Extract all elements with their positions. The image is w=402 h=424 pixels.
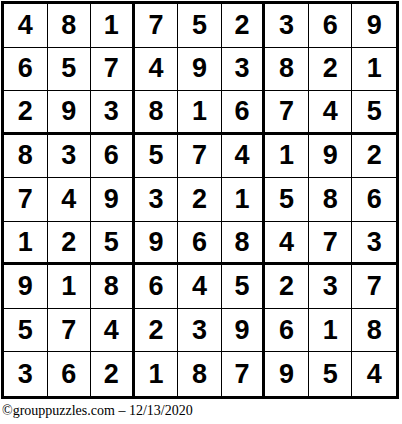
cell-r2c6[interactable]: 3 <box>222 48 266 92</box>
cell-r8c6[interactable]: 9 <box>222 309 266 353</box>
cell-r9c7[interactable]: 9 <box>265 352 309 396</box>
cell-r6c6[interactable]: 8 <box>222 222 266 266</box>
cell-r2c4[interactable]: 4 <box>135 48 179 92</box>
cell-r9c9[interactable]: 4 <box>352 352 396 396</box>
cell-r2c7[interactable]: 8 <box>265 48 309 92</box>
cell-r5c6[interactable]: 1 <box>222 178 266 222</box>
cell-r9c8[interactable]: 5 <box>309 352 353 396</box>
cell-r6c7[interactable]: 4 <box>265 222 309 266</box>
cell-r8c5[interactable]: 3 <box>178 309 222 353</box>
cell-r8c9[interactable]: 8 <box>352 309 396 353</box>
cell-r4c2[interactable]: 3 <box>48 135 92 179</box>
cell-r3c9[interactable]: 5 <box>352 91 396 135</box>
cell-r8c3[interactable]: 4 <box>91 309 135 353</box>
cell-r5c7[interactable]: 5 <box>265 178 309 222</box>
cell-r6c4[interactable]: 9 <box>135 222 179 266</box>
cell-r7c9[interactable]: 7 <box>352 265 396 309</box>
cell-r9c3[interactable]: 2 <box>91 352 135 396</box>
cell-r6c8[interactable]: 7 <box>309 222 353 266</box>
cell-r8c8[interactable]: 1 <box>309 309 353 353</box>
cell-r3c5[interactable]: 1 <box>178 91 222 135</box>
cell-r4c3[interactable]: 6 <box>91 135 135 179</box>
cell-r7c6[interactable]: 5 <box>222 265 266 309</box>
cell-r2c8[interactable]: 2 <box>309 48 353 92</box>
cell-r3c3[interactable]: 3 <box>91 91 135 135</box>
cell-r7c1[interactable]: 9 <box>4 265 48 309</box>
cell-r7c2[interactable]: 1 <box>48 265 92 309</box>
cell-r7c3[interactable]: 8 <box>91 265 135 309</box>
cell-r9c6[interactable]: 7 <box>222 352 266 396</box>
cell-r8c7[interactable]: 6 <box>265 309 309 353</box>
cell-r9c5[interactable]: 8 <box>178 352 222 396</box>
cell-r1c8[interactable]: 6 <box>309 4 353 48</box>
cell-r8c2[interactable]: 7 <box>48 309 92 353</box>
cell-r3c6[interactable]: 6 <box>222 91 266 135</box>
cell-r6c9[interactable]: 3 <box>352 222 396 266</box>
cell-r7c5[interactable]: 4 <box>178 265 222 309</box>
cell-r6c5[interactable]: 6 <box>178 222 222 266</box>
cell-r3c2[interactable]: 9 <box>48 91 92 135</box>
cell-r5c3[interactable]: 9 <box>91 178 135 222</box>
cell-r3c4[interactable]: 8 <box>135 91 179 135</box>
cell-r2c3[interactable]: 7 <box>91 48 135 92</box>
cell-r4c6[interactable]: 4 <box>222 135 266 179</box>
cell-r4c9[interactable]: 2 <box>352 135 396 179</box>
cell-r4c8[interactable]: 9 <box>309 135 353 179</box>
cell-r4c1[interactable]: 8 <box>4 135 48 179</box>
cell-r5c5[interactable]: 2 <box>178 178 222 222</box>
cell-r3c1[interactable]: 2 <box>4 91 48 135</box>
cell-r8c1[interactable]: 5 <box>4 309 48 353</box>
cell-r5c8[interactable]: 8 <box>309 178 353 222</box>
cell-r1c9[interactable]: 9 <box>352 4 396 48</box>
cell-r1c5[interactable]: 5 <box>178 4 222 48</box>
sudoku-board: 4817523696574938212938167458365741927493… <box>1 1 399 399</box>
cell-r3c8[interactable]: 4 <box>309 91 353 135</box>
cell-r4c4[interactable]: 5 <box>135 135 179 179</box>
cell-r1c6[interactable]: 2 <box>222 4 266 48</box>
cell-r4c7[interactable]: 1 <box>265 135 309 179</box>
cell-r5c1[interactable]: 7 <box>4 178 48 222</box>
cell-r1c1[interactable]: 4 <box>4 4 48 48</box>
cell-r8c4[interactable]: 2 <box>135 309 179 353</box>
cell-r7c7[interactable]: 2 <box>265 265 309 309</box>
cell-r5c9[interactable]: 6 <box>352 178 396 222</box>
cell-r5c4[interactable]: 3 <box>135 178 179 222</box>
cell-r9c4[interactable]: 1 <box>135 352 179 396</box>
copyright-credit: ©grouppuzzles.com – 12/13/2020 <box>2 403 193 419</box>
cell-r9c1[interactable]: 3 <box>4 352 48 396</box>
cell-r5c2[interactable]: 4 <box>48 178 92 222</box>
cell-r6c3[interactable]: 5 <box>91 222 135 266</box>
cell-r2c1[interactable]: 6 <box>4 48 48 92</box>
cell-r7c8[interactable]: 3 <box>309 265 353 309</box>
cell-r1c3[interactable]: 1 <box>91 4 135 48</box>
cell-r6c2[interactable]: 2 <box>48 222 92 266</box>
cell-r3c7[interactable]: 7 <box>265 91 309 135</box>
cell-r4c5[interactable]: 7 <box>178 135 222 179</box>
cell-r2c5[interactable]: 9 <box>178 48 222 92</box>
cell-r1c7[interactable]: 3 <box>265 4 309 48</box>
cell-r2c9[interactable]: 1 <box>352 48 396 92</box>
cell-r1c2[interactable]: 8 <box>48 4 92 48</box>
cell-r7c4[interactable]: 6 <box>135 265 179 309</box>
cell-r2c2[interactable]: 5 <box>48 48 92 92</box>
cell-r1c4[interactable]: 7 <box>135 4 179 48</box>
cell-r9c2[interactable]: 6 <box>48 352 92 396</box>
cell-r6c1[interactable]: 1 <box>4 222 48 266</box>
